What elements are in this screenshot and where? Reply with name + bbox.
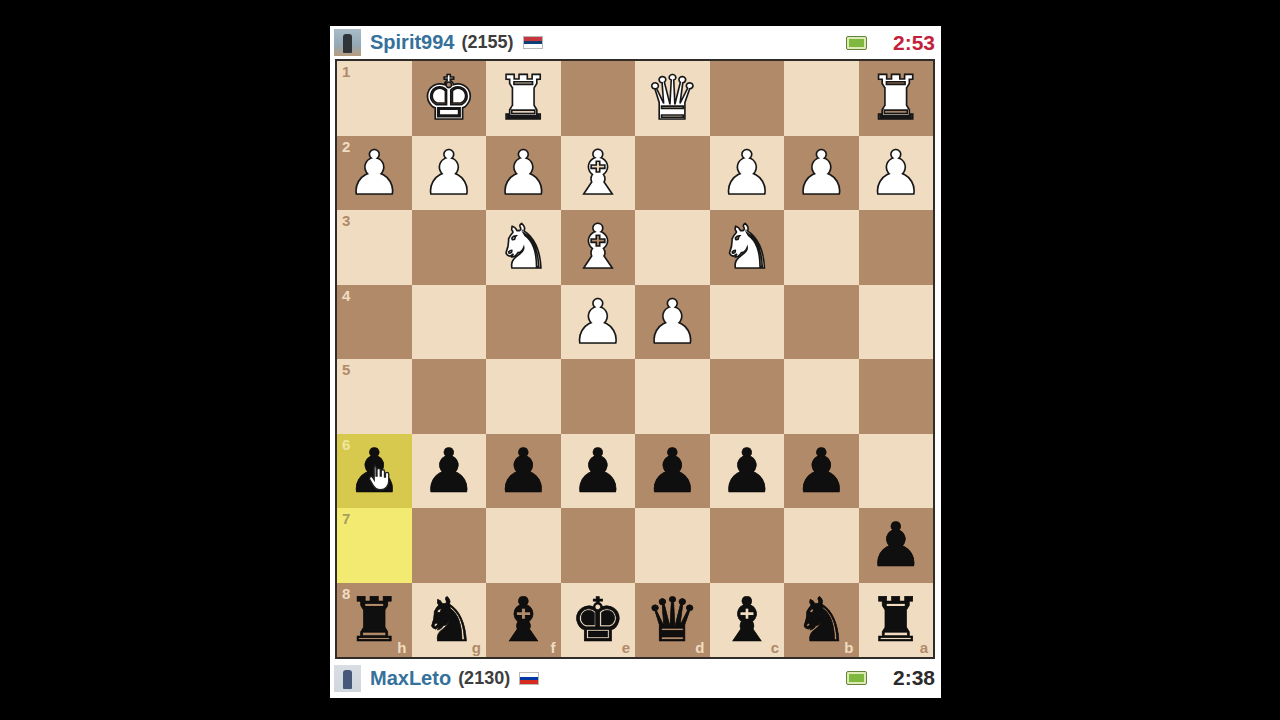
square-b4[interactable] <box>784 285 859 360</box>
square-f2[interactable]: ♟ <box>486 136 561 211</box>
piece-white-rook-a1[interactable]: ♜ <box>859 61 934 136</box>
piece-white-king-g1[interactable]: ♚ <box>412 61 487 136</box>
top-player-avatar[interactable] <box>334 29 361 56</box>
piece-white-pawn-g2[interactable]: ♟ <box>412 136 487 211</box>
square-e7[interactable] <box>561 508 636 583</box>
square-c5[interactable] <box>710 359 785 434</box>
rank-label-3: 3 <box>342 212 350 229</box>
bottom-player-name[interactable]: MaxLeto <box>370 667 451 690</box>
square-e6[interactable]: ♟ <box>561 434 636 509</box>
square-c2[interactable]: ♟ <box>710 136 785 211</box>
square-c6[interactable]: ♟ <box>710 434 785 509</box>
square-h8[interactable]: 8h♜ <box>337 583 412 658</box>
square-h3[interactable]: 3 <box>337 210 412 285</box>
page-background: { "game": "chess", "position": { "fen": … <box>0 0 1280 720</box>
piece-white-rook-f1[interactable]: ♜ <box>486 61 561 136</box>
square-f1[interactable]: ♜ <box>486 61 561 136</box>
piece-black-pawn-d6[interactable]: ♟ <box>635 434 710 509</box>
square-d6[interactable]: ♟ <box>635 434 710 509</box>
piece-white-pawn-f2[interactable]: ♟ <box>486 136 561 211</box>
piece-black-knight-b8[interactable]: ♞ <box>784 583 859 658</box>
rank-label-7: 7 <box>342 510 350 527</box>
piece-black-pawn-f6[interactable]: ♟ <box>486 434 561 509</box>
square-a1[interactable]: ♜ <box>859 61 934 136</box>
square-g4[interactable] <box>412 285 487 360</box>
piece-white-pawn-d4[interactable]: ♟ <box>635 285 710 360</box>
top-player-flag-icon <box>523 36 543 49</box>
square-e5[interactable] <box>561 359 636 434</box>
square-c8[interactable]: c♝ <box>710 583 785 658</box>
square-h4[interactable]: 4 <box>337 285 412 360</box>
hand-pointer-cursor-icon <box>362 463 392 493</box>
square-a6[interactable] <box>859 434 934 509</box>
piece-white-bishop-e3[interactable]: ♝ <box>561 210 636 285</box>
square-g6[interactable]: ♟ <box>412 434 487 509</box>
piece-black-pawn-b6[interactable]: ♟ <box>784 434 859 509</box>
square-b2[interactable]: ♟ <box>784 136 859 211</box>
square-h2[interactable]: 2♟ <box>337 136 412 211</box>
square-d7[interactable] <box>635 508 710 583</box>
bottom-player-flag-icon <box>519 672 539 685</box>
piece-white-pawn-a2[interactable]: ♟ <box>859 136 934 211</box>
square-a8[interactable]: a♜ <box>859 583 934 658</box>
piece-white-knight-c3[interactable]: ♞ <box>710 210 785 285</box>
square-b7[interactable] <box>784 508 859 583</box>
square-e1[interactable] <box>561 61 636 136</box>
square-f5[interactable] <box>486 359 561 434</box>
square-d3[interactable] <box>635 210 710 285</box>
rank-label-4: 4 <box>342 287 350 304</box>
piece-black-pawn-g6[interactable]: ♟ <box>412 434 487 509</box>
square-b6[interactable]: ♟ <box>784 434 859 509</box>
square-a7[interactable]: ♟ <box>859 508 934 583</box>
square-d1[interactable]: ♛ <box>635 61 710 136</box>
square-c1[interactable] <box>710 61 785 136</box>
square-b3[interactable] <box>784 210 859 285</box>
chess-board: 1♚♜♛♜2♟♟♟♝♟♟♟3♞♝♞4♟♟56♟♟♟♟♟♟♟7♟8h♜g♞f♝e♚… <box>335 59 935 659</box>
bottom-player-rating: (2130) <box>458 668 510 689</box>
bottom-player-clock: 2:38 <box>883 666 935 690</box>
square-h5[interactable]: 5 <box>337 359 412 434</box>
square-h1[interactable]: 1 <box>337 61 412 136</box>
square-e8[interactable]: e♚ <box>561 583 636 658</box>
rank-label-1: 1 <box>342 63 350 80</box>
piece-black-rook-h8[interactable]: ♜ <box>337 583 412 658</box>
square-d8[interactable]: d♛ <box>635 583 710 658</box>
square-b5[interactable] <box>784 359 859 434</box>
square-g3[interactable] <box>412 210 487 285</box>
square-g5[interactable] <box>412 359 487 434</box>
piece-white-pawn-b2[interactable]: ♟ <box>784 136 859 211</box>
piece-white-knight-f3[interactable]: ♞ <box>486 210 561 285</box>
square-d5[interactable] <box>635 359 710 434</box>
square-a5[interactable] <box>859 359 934 434</box>
bottom-player-avatar[interactable] <box>334 665 361 692</box>
bottom-connection-battery-icon <box>846 671 867 685</box>
piece-white-pawn-h2[interactable]: ♟ <box>337 136 412 211</box>
square-a3[interactable] <box>859 210 934 285</box>
square-f6[interactable]: ♟ <box>486 434 561 509</box>
square-c7[interactable] <box>710 508 785 583</box>
piece-black-bishop-c8[interactable]: ♝ <box>710 583 785 658</box>
piece-white-queen-d1[interactable]: ♛ <box>635 61 710 136</box>
square-b1[interactable] <box>784 61 859 136</box>
square-a4[interactable] <box>859 285 934 360</box>
top-player-bar: Spirit994 (2155) 2:53 <box>330 26 941 59</box>
piece-black-pawn-c6[interactable]: ♟ <box>710 434 785 509</box>
square-h7[interactable]: 7 <box>337 508 412 583</box>
square-f7[interactable] <box>486 508 561 583</box>
square-b8[interactable]: b♞ <box>784 583 859 658</box>
piece-black-queen-d8[interactable]: ♛ <box>635 583 710 658</box>
square-g2[interactable]: ♟ <box>412 136 487 211</box>
square-c4[interactable] <box>710 285 785 360</box>
square-e3[interactable]: ♝ <box>561 210 636 285</box>
chess-game-window: Spirit994 (2155) 2:53 1♚♜♛♜2♟♟♟♝♟♟♟3♞♝♞4… <box>330 26 941 698</box>
bottom-player-bar: MaxLeto (2130) 2:38 <box>330 659 941 697</box>
square-g7[interactable] <box>412 508 487 583</box>
square-a2[interactable]: ♟ <box>859 136 934 211</box>
square-e2[interactable]: ♝ <box>561 136 636 211</box>
top-player-clock: 2:53 <box>883 31 935 55</box>
piece-black-rook-a8[interactable]: ♜ <box>859 583 934 658</box>
top-player-rating: (2155) <box>461 32 513 53</box>
piece-white-bishop-e2[interactable]: ♝ <box>561 136 636 211</box>
rank-label-5: 5 <box>342 361 350 378</box>
square-c3[interactable]: ♞ <box>710 210 785 285</box>
square-d4[interactable]: ♟ <box>635 285 710 360</box>
square-f3[interactable]: ♞ <box>486 210 561 285</box>
piece-black-king-e8[interactable]: ♚ <box>561 583 636 658</box>
piece-black-pawn-a7[interactable]: ♟ <box>859 508 934 583</box>
piece-black-bishop-f8[interactable]: ♝ <box>486 583 561 658</box>
square-h6[interactable]: 6♟ <box>337 434 412 509</box>
top-connection-battery-icon <box>846 36 867 50</box>
square-g1[interactable]: ♚ <box>412 61 487 136</box>
piece-black-pawn-e6[interactable]: ♟ <box>561 434 636 509</box>
square-f4[interactable] <box>486 285 561 360</box>
square-f8[interactable]: f♝ <box>486 583 561 658</box>
square-d2[interactable] <box>635 136 710 211</box>
top-player-name[interactable]: Spirit994 <box>370 31 454 54</box>
piece-black-knight-g8[interactable]: ♞ <box>412 583 487 658</box>
square-g8[interactable]: g♞ <box>412 583 487 658</box>
piece-white-pawn-c2[interactable]: ♟ <box>710 136 785 211</box>
square-e4[interactable]: ♟ <box>561 285 636 360</box>
piece-white-pawn-e4[interactable]: ♟ <box>561 285 636 360</box>
